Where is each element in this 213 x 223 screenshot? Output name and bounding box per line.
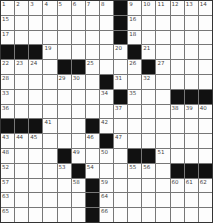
white-cell[interactable]: 54: [86, 164, 99, 178]
white-cell[interactable]: [58, 45, 71, 59]
white-cell[interactable]: 65: [1, 208, 14, 222]
clue-number: 19: [44, 45, 51, 51]
white-cell[interactable]: 17: [1, 31, 14, 45]
white-cell[interactable]: [185, 208, 198, 222]
white-cell[interactable]: [15, 208, 28, 222]
white-cell[interactable]: [86, 105, 99, 119]
white-cell[interactable]: [142, 31, 155, 45]
white-cell[interactable]: [128, 119, 141, 133]
white-cell[interactable]: [29, 149, 42, 163]
clue-number: 62: [200, 179, 207, 185]
clue-number: 49: [73, 149, 80, 155]
white-cell[interactable]: [156, 105, 169, 119]
clue-number: 15: [2, 16, 9, 22]
clue-number: 48: [2, 149, 9, 155]
white-cell[interactable]: 18: [128, 31, 141, 45]
black-cell: [185, 164, 198, 178]
white-cell[interactable]: [185, 31, 198, 45]
clue-number: 12: [172, 1, 179, 7]
white-cell[interactable]: 27: [156, 60, 169, 74]
white-cell[interactable]: [29, 31, 42, 45]
clue-number: 18: [129, 31, 136, 37]
white-cell[interactable]: 25: [86, 60, 99, 74]
white-cell[interactable]: [128, 208, 141, 222]
clue-number: 27: [157, 60, 164, 66]
white-cell[interactable]: [199, 31, 212, 45]
black-cell: [100, 134, 113, 148]
white-cell[interactable]: [114, 149, 127, 163]
white-cell[interactable]: [185, 16, 198, 30]
white-cell[interactable]: [29, 164, 42, 178]
clue-number: 63: [2, 193, 9, 199]
black-cell: [86, 208, 99, 222]
white-cell[interactable]: [156, 31, 169, 45]
white-cell[interactable]: [185, 119, 198, 133]
white-cell[interactable]: [43, 16, 56, 30]
white-cell[interactable]: 3: [29, 1, 42, 15]
white-cell[interactable]: 53: [58, 164, 71, 178]
white-cell[interactable]: [171, 134, 184, 148]
clue-number: 31: [115, 75, 122, 81]
white-cell[interactable]: [199, 75, 212, 89]
clue-number: 28: [2, 75, 9, 81]
white-cell[interactable]: [128, 179, 141, 193]
white-cell[interactable]: [199, 134, 212, 148]
white-cell[interactable]: 15: [1, 16, 14, 30]
white-cell[interactable]: [43, 75, 56, 89]
white-cell[interactable]: [86, 149, 99, 163]
white-cell[interactable]: [171, 119, 184, 133]
white-cell[interactable]: 2: [15, 1, 28, 15]
clue-number: 47: [115, 134, 122, 140]
white-cell[interactable]: [156, 90, 169, 104]
white-cell[interactable]: 5: [58, 1, 71, 15]
black-cell: [142, 149, 155, 163]
white-cell[interactable]: 43: [1, 134, 14, 148]
white-cell[interactable]: 8: [100, 1, 113, 15]
white-cell[interactable]: [171, 45, 184, 59]
white-cell[interactable]: [171, 31, 184, 45]
white-cell[interactable]: [100, 105, 113, 119]
white-cell[interactable]: [100, 45, 113, 59]
clue-number: 56: [143, 164, 150, 170]
white-cell[interactable]: 19: [43, 45, 56, 59]
white-cell[interactable]: 11: [156, 1, 169, 15]
clue-number: 60: [172, 179, 179, 185]
white-cell[interactable]: [15, 164, 28, 178]
clue-number: 61: [186, 179, 193, 185]
clue-number: 55: [129, 164, 136, 170]
white-cell[interactable]: 34: [100, 90, 113, 104]
white-cell[interactable]: [43, 105, 56, 119]
white-cell[interactable]: [142, 105, 155, 119]
white-cell[interactable]: [199, 119, 212, 133]
white-cell[interactable]: 23: [15, 60, 28, 74]
white-cell[interactable]: [72, 45, 85, 59]
clue-number: 33: [2, 90, 9, 96]
black-cell: [100, 75, 113, 89]
white-cell[interactable]: 44: [15, 134, 28, 148]
black-cell: [86, 193, 99, 207]
white-cell[interactable]: 48: [1, 149, 14, 163]
black-cell: [1, 45, 14, 59]
black-cell: [86, 179, 99, 193]
white-cell[interactable]: [185, 60, 198, 74]
clue-number: 4: [44, 1, 48, 7]
white-cell[interactable]: [58, 31, 71, 45]
black-cell: [199, 90, 212, 104]
black-cell: [1, 119, 14, 133]
white-cell[interactable]: [43, 134, 56, 148]
white-cell[interactable]: [43, 90, 56, 104]
white-cell[interactable]: [171, 16, 184, 30]
clue-number: 34: [101, 90, 108, 96]
clue-number: 42: [101, 119, 108, 125]
white-cell[interactable]: [72, 208, 85, 222]
white-cell[interactable]: [114, 208, 127, 222]
white-cell[interactable]: 58: [72, 179, 85, 193]
white-cell[interactable]: 24: [29, 60, 42, 74]
black-cell: [58, 149, 71, 163]
white-cell[interactable]: 16: [128, 16, 141, 30]
white-cell[interactable]: [43, 149, 56, 163]
clue-number: 54: [87, 164, 94, 170]
white-cell[interactable]: [142, 119, 155, 133]
black-cell: [15, 119, 28, 133]
white-cell[interactable]: [58, 105, 71, 119]
white-cell[interactable]: 1: [1, 1, 14, 15]
white-cell[interactable]: [58, 16, 71, 30]
white-cell[interactable]: 52: [1, 164, 14, 178]
clue-number: 38: [172, 105, 179, 111]
black-cell: [171, 90, 184, 104]
clue-number: 3: [30, 1, 34, 7]
white-cell[interactable]: 55: [128, 164, 141, 178]
white-cell[interactable]: 42: [100, 119, 113, 133]
white-cell[interactable]: [58, 208, 71, 222]
white-cell[interactable]: [156, 164, 169, 178]
black-cell: [86, 119, 99, 133]
white-cell[interactable]: [15, 90, 28, 104]
clue-number: 41: [44, 119, 51, 125]
white-cell[interactable]: 45: [29, 134, 42, 148]
white-cell[interactable]: 9: [128, 1, 141, 15]
white-cell[interactable]: [156, 16, 169, 30]
clue-number: 39: [186, 105, 193, 111]
clue-number: 45: [30, 134, 37, 140]
white-cell[interactable]: [72, 16, 85, 30]
white-cell[interactable]: [171, 75, 184, 89]
black-cell: [114, 1, 127, 15]
white-cell[interactable]: 20: [114, 45, 127, 59]
clue-number: 37: [115, 105, 122, 111]
clue-number: 36: [2, 105, 9, 111]
white-cell[interactable]: [29, 90, 42, 104]
white-cell[interactable]: 61: [185, 179, 198, 193]
white-cell[interactable]: 51: [156, 149, 169, 163]
white-cell[interactable]: [199, 208, 212, 222]
clue-number: 1: [2, 1, 6, 7]
clue-number: 51: [157, 149, 164, 155]
white-cell[interactable]: [15, 105, 28, 119]
white-cell[interactable]: [86, 16, 99, 30]
white-cell[interactable]: 57: [1, 179, 14, 193]
white-cell[interactable]: [58, 193, 71, 207]
white-cell[interactable]: 32: [142, 75, 155, 89]
clue-number: 53: [59, 164, 66, 170]
white-cell[interactable]: [171, 193, 184, 207]
white-cell[interactable]: [72, 105, 85, 119]
white-cell[interactable]: [43, 60, 56, 74]
white-cell[interactable]: [43, 179, 56, 193]
clue-number: 21: [143, 45, 150, 51]
white-cell[interactable]: 22: [1, 60, 14, 74]
white-cell[interactable]: [114, 193, 127, 207]
white-cell[interactable]: [15, 149, 28, 163]
black-cell: [199, 164, 212, 178]
white-cell[interactable]: [171, 149, 184, 163]
white-cell[interactable]: [185, 193, 198, 207]
white-cell[interactable]: 46: [86, 134, 99, 148]
white-cell[interactable]: [72, 193, 85, 207]
black-cell: [185, 90, 198, 104]
black-cell: [171, 164, 184, 178]
white-cell[interactable]: [58, 179, 71, 193]
clue-number: 9: [129, 1, 133, 7]
white-cell[interactable]: [86, 75, 99, 89]
clue-number: 8: [101, 1, 105, 7]
clue-number: 7: [87, 1, 91, 7]
white-cell[interactable]: 63: [1, 193, 14, 207]
clue-number: 14: [200, 1, 207, 7]
black-cell: [72, 60, 85, 74]
white-cell[interactable]: [114, 119, 127, 133]
clue-number: 59: [101, 179, 108, 185]
black-cell: [142, 60, 155, 74]
clue-number: 22: [2, 60, 9, 66]
white-cell[interactable]: [100, 60, 113, 74]
black-cell: [128, 45, 141, 59]
white-cell[interactable]: 49: [72, 149, 85, 163]
white-cell[interactable]: 4: [43, 1, 56, 15]
white-cell[interactable]: [100, 164, 113, 178]
clue-number: 57: [2, 179, 9, 185]
white-cell[interactable]: [58, 119, 71, 133]
white-cell[interactable]: [142, 193, 155, 207]
white-cell[interactable]: 41: [43, 119, 56, 133]
white-cell[interactable]: [142, 16, 155, 30]
white-cell[interactable]: 10: [142, 1, 155, 15]
white-cell[interactable]: [128, 75, 141, 89]
black-cell: [15, 45, 28, 59]
white-cell[interactable]: [199, 193, 212, 207]
white-cell[interactable]: [142, 90, 155, 104]
white-cell[interactable]: 28: [1, 75, 14, 89]
clue-number: 46: [87, 134, 94, 140]
clue-number: 32: [143, 75, 150, 81]
white-cell[interactable]: [29, 16, 42, 30]
white-cell[interactable]: [199, 45, 212, 59]
white-cell[interactable]: [114, 164, 127, 178]
white-cell[interactable]: 7: [86, 1, 99, 15]
white-cell[interactable]: 30: [72, 75, 85, 89]
white-cell[interactable]: 60: [171, 179, 184, 193]
white-cell[interactable]: [156, 193, 169, 207]
white-cell[interactable]: 13: [185, 1, 198, 15]
white-cell[interactable]: [142, 134, 155, 148]
white-cell[interactable]: [156, 208, 169, 222]
clue-number: 58: [73, 179, 80, 185]
white-cell[interactable]: 31: [114, 75, 127, 89]
white-cell[interactable]: [15, 75, 28, 89]
white-cell[interactable]: 56: [142, 164, 155, 178]
clue-number: 17: [2, 31, 9, 37]
clue-number: 43: [2, 134, 9, 140]
white-cell[interactable]: [29, 75, 42, 89]
white-cell[interactable]: [114, 179, 127, 193]
white-cell[interactable]: [114, 60, 127, 74]
white-cell[interactable]: [156, 179, 169, 193]
white-cell[interactable]: 36: [1, 105, 14, 119]
clue-number: 40: [200, 105, 207, 111]
black-cell: [128, 149, 141, 163]
clue-number: 25: [87, 60, 94, 66]
clue-number: 5: [59, 1, 63, 7]
white-cell[interactable]: [43, 193, 56, 207]
white-cell[interactable]: [142, 179, 155, 193]
white-cell[interactable]: [128, 134, 141, 148]
white-cell[interactable]: 40: [199, 105, 212, 119]
white-cell[interactable]: [72, 31, 85, 45]
white-cell[interactable]: [29, 193, 42, 207]
white-cell[interactable]: [29, 208, 42, 222]
white-cell[interactable]: [58, 134, 71, 148]
black-cell: [29, 45, 42, 59]
clue-number: 6: [73, 1, 77, 7]
white-cell[interactable]: [15, 179, 28, 193]
white-cell[interactable]: [128, 193, 141, 207]
white-cell[interactable]: [185, 75, 198, 89]
clue-number: 2: [16, 1, 20, 7]
white-cell[interactable]: [199, 149, 212, 163]
black-cell: [114, 90, 127, 104]
clue-number: 50: [101, 149, 108, 155]
white-cell[interactable]: [100, 31, 113, 45]
white-cell[interactable]: [15, 193, 28, 207]
black-cell: [114, 16, 127, 30]
clue-number: 64: [101, 193, 108, 199]
white-cell[interactable]: [185, 149, 198, 163]
white-cell[interactable]: [100, 16, 113, 30]
white-cell[interactable]: [171, 60, 184, 74]
clue-number: 29: [59, 75, 66, 81]
black-cell: [72, 164, 85, 178]
white-cell[interactable]: [142, 208, 155, 222]
white-cell[interactable]: [72, 90, 85, 104]
white-cell[interactable]: [29, 105, 42, 119]
white-cell[interactable]: 50: [100, 149, 113, 163]
white-cell[interactable]: 62: [199, 179, 212, 193]
white-cell[interactable]: 38: [171, 105, 184, 119]
white-cell[interactable]: 14: [199, 1, 212, 15]
clue-number: 65: [2, 208, 9, 214]
clue-number: 30: [73, 75, 80, 81]
white-cell[interactable]: 12: [171, 1, 184, 15]
white-cell[interactable]: 26: [128, 60, 141, 74]
black-cell: [29, 119, 42, 133]
clue-number: 13: [186, 1, 193, 7]
white-cell[interactable]: [72, 119, 85, 133]
white-cell[interactable]: [86, 90, 99, 104]
white-cell[interactable]: [43, 31, 56, 45]
clue-number: 52: [2, 164, 9, 170]
clue-number: 24: [30, 60, 37, 66]
clue-number: 10: [143, 1, 150, 7]
white-cell[interactable]: [86, 31, 99, 45]
white-cell[interactable]: [43, 208, 56, 222]
white-cell[interactable]: [156, 119, 169, 133]
clue-number: 11: [157, 1, 164, 7]
white-cell[interactable]: [185, 134, 198, 148]
white-cell[interactable]: [171, 208, 184, 222]
white-cell[interactable]: [43, 164, 56, 178]
white-cell[interactable]: [199, 16, 212, 30]
white-cell[interactable]: [15, 16, 28, 30]
white-cell[interactable]: [199, 60, 212, 74]
white-cell[interactable]: [58, 90, 71, 104]
white-cell[interactable]: 64: [100, 193, 113, 207]
white-cell[interactable]: [29, 179, 42, 193]
white-cell[interactable]: [185, 45, 198, 59]
white-cell[interactable]: [156, 75, 169, 89]
clue-number: 16: [129, 16, 136, 22]
clue-number: 35: [129, 90, 136, 96]
white-cell[interactable]: [156, 45, 169, 59]
white-cell[interactable]: 29: [58, 75, 71, 89]
crossword-grid: 1234567891011121314151617181920212223242…: [0, 0, 213, 223]
white-cell[interactable]: [86, 45, 99, 59]
clue-number: 23: [16, 60, 23, 66]
white-cell[interactable]: [15, 31, 28, 45]
white-cell[interactable]: 59: [100, 179, 113, 193]
white-cell[interactable]: 37: [114, 105, 127, 119]
white-cell[interactable]: 47: [114, 134, 127, 148]
white-cell[interactable]: 39: [185, 105, 198, 119]
black-cell: [114, 31, 127, 45]
white-cell[interactable]: [128, 105, 141, 119]
clue-number: 44: [16, 134, 23, 140]
white-cell[interactable]: 6: [72, 1, 85, 15]
white-cell[interactable]: [72, 134, 85, 148]
clue-number: 20: [115, 45, 122, 51]
white-cell[interactable]: 21: [142, 45, 155, 59]
black-cell: [58, 60, 71, 74]
clue-number: 66: [101, 208, 108, 214]
white-cell[interactable]: 35: [128, 90, 141, 104]
white-cell[interactable]: 66: [100, 208, 113, 222]
clue-number: 26: [129, 60, 136, 66]
white-cell[interactable]: 33: [1, 90, 14, 104]
white-cell[interactable]: [156, 134, 169, 148]
